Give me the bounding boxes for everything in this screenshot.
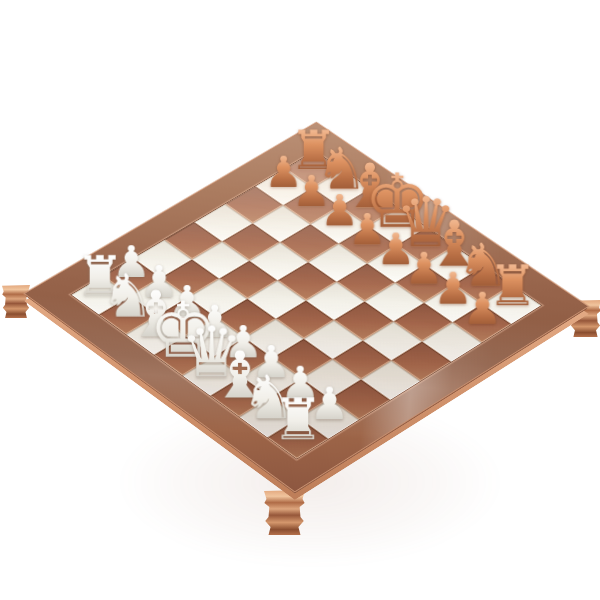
board-frame: ♜♞♝♚♛♝♞♜♟♟♟♟♟♟♟♟♟♟♟♟♟♟♟♟♜♞♝♚♛♝♞♜ [25, 123, 587, 491]
board-perspective-wrapper: ♜♞♝♚♛♝♞♜♟♟♟♟♟♟♟♟♟♟♟♟♟♟♟♟♜♞♝♚♛♝♞♜ [0, 0, 600, 600]
copper-pawn-a7: ♟ [462, 287, 502, 331]
chessboard: ♜♞♝♚♛♝♞♜♟♟♟♟♟♟♟♟♟♟♟♟♟♟♟♟♜♞♝♚♛♝♞♜ [25, 123, 587, 491]
square-c4 [304, 320, 362, 358]
square-a1: ♜ [268, 419, 327, 459]
product-photo-scene: ♜♞♝♚♛♝♞♜♟♟♟♟♟♟♟♟♟♟♟♟♟♟♟♟♜♞♝♚♛♝♞♜ [0, 0, 600, 600]
checker-grid: ♜♞♝♚♛♝♞♜♟♟♟♟♟♟♟♟♟♟♟♟♟♟♟♟♜♞♝♚♛♝♞♜ [72, 151, 541, 458]
white-rook-a1: ♜ [272, 391, 324, 449]
